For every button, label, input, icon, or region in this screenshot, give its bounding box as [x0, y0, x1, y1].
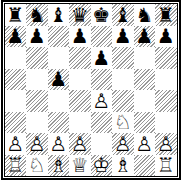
- square-c8[interactable]: ♝♝: [48, 4, 70, 26]
- piece-white-rook: ♜♖: [155, 155, 177, 177]
- square-g8[interactable]: ♞♞: [134, 4, 156, 26]
- piece-glyph: ♙: [26, 133, 48, 155]
- piece-black-queen: ♛♛: [69, 4, 91, 26]
- square-c5[interactable]: ♟♟: [48, 69, 70, 91]
- square-e2[interactable]: [91, 133, 113, 155]
- board-inner-border: ♜♜♞♞♝♝♛♛♚♚♝♝♞♞♜♜♟♟♟♟♟♟♟♟♟♟♟♟♟♟♟♟♟♙♞♘♟♙♟♙…: [4, 3, 178, 177]
- square-a8[interactable]: ♜♜: [5, 4, 27, 26]
- piece-glyph: ♜: [155, 4, 177, 26]
- piece-black-bishop: ♝♝: [112, 4, 134, 26]
- piece-white-pawn: ♟♙: [26, 133, 48, 155]
- square-e7[interactable]: [91, 26, 113, 48]
- square-b1[interactable]: ♞♘: [26, 155, 48, 177]
- square-g7[interactable]: ♟♟: [134, 26, 156, 48]
- square-c2[interactable]: ♟♙: [48, 133, 70, 155]
- piece-white-bishop: ♝♗: [112, 155, 134, 177]
- square-g6[interactable]: [134, 47, 156, 69]
- piece-black-pawn: ♟♟: [26, 26, 48, 48]
- square-a2[interactable]: ♟♙: [5, 133, 27, 155]
- square-c4[interactable]: [48, 90, 70, 112]
- piece-black-pawn: ♟♟: [5, 26, 27, 48]
- board-stage: ♜♜♞♞♝♝♛♛♚♚♝♝♞♞♜♜♟♟♟♟♟♟♟♟♟♟♟♟♟♟♟♟♟♙♞♘♟♙♟♙…: [0, 0, 181, 180]
- square-h8[interactable]: ♜♜: [155, 4, 177, 26]
- piece-black-knight: ♞♞: [134, 4, 156, 26]
- square-f7[interactable]: ♟♟: [112, 26, 134, 48]
- piece-white-pawn: ♟♙: [5, 133, 27, 155]
- piece-glyph: ♙: [134, 133, 156, 155]
- piece-white-pawn: ♟♙: [69, 133, 91, 155]
- piece-white-rook: ♜♖: [5, 155, 27, 177]
- square-f1[interactable]: ♝♗: [112, 155, 134, 177]
- piece-glyph: ♞: [134, 4, 156, 26]
- square-f5[interactable]: [112, 69, 134, 91]
- square-c3[interactable]: [48, 112, 70, 134]
- square-a7[interactable]: ♟♟: [5, 26, 27, 48]
- square-d7[interactable]: ♟♟: [69, 26, 91, 48]
- square-a6[interactable]: [5, 47, 27, 69]
- piece-glyph: ♞: [26, 4, 48, 26]
- piece-black-rook: ♜♜: [5, 4, 27, 26]
- chess-board: ♜♜♞♞♝♝♛♛♚♚♝♝♞♞♜♜♟♟♟♟♟♟♟♟♟♟♟♟♟♟♟♟♟♙♞♘♟♙♟♙…: [5, 4, 177, 176]
- square-a3[interactable]: [5, 112, 27, 134]
- piece-glyph: ♙: [48, 133, 70, 155]
- square-b7[interactable]: ♟♟: [26, 26, 48, 48]
- board-frame: ♜♜♞♞♝♝♛♛♚♚♝♝♞♞♜♜♟♟♟♟♟♟♟♟♟♟♟♟♟♟♟♟♟♙♞♘♟♙♟♙…: [1, 0, 181, 180]
- square-e1[interactable]: ♚♔: [91, 155, 113, 177]
- piece-glyph: ♟: [48, 69, 70, 91]
- piece-white-pawn: ♟♙: [112, 133, 134, 155]
- square-e6[interactable]: ♟♟: [91, 47, 113, 69]
- piece-glyph: ♚: [91, 4, 113, 26]
- piece-white-knight: ♞♘: [112, 112, 134, 134]
- piece-glyph: ♗: [48, 155, 70, 177]
- square-c1[interactable]: ♝♗: [48, 155, 70, 177]
- piece-glyph: ♔: [91, 155, 113, 177]
- piece-glyph: ♙: [91, 90, 113, 112]
- piece-black-pawn: ♟♟: [134, 26, 156, 48]
- square-f6[interactable]: [112, 47, 134, 69]
- square-h6[interactable]: [155, 47, 177, 69]
- piece-glyph: ♙: [5, 133, 27, 155]
- piece-glyph: ♘: [26, 155, 48, 177]
- piece-glyph: ♝: [112, 4, 134, 26]
- square-d1[interactable]: ♛♕: [69, 155, 91, 177]
- square-f4[interactable]: [112, 90, 134, 112]
- piece-glyph: ♙: [112, 133, 134, 155]
- square-d4[interactable]: [69, 90, 91, 112]
- square-h3[interactable]: [155, 112, 177, 134]
- piece-glyph: ♟: [69, 26, 91, 48]
- square-c6[interactable]: [48, 47, 70, 69]
- piece-glyph: ♟: [5, 26, 27, 48]
- piece-glyph: ♙: [155, 133, 177, 155]
- piece-white-king: ♚♔: [91, 155, 113, 177]
- square-b8[interactable]: ♞♞: [26, 4, 48, 26]
- piece-black-pawn: ♟♟: [48, 69, 70, 91]
- piece-black-king: ♚♚: [91, 4, 113, 26]
- piece-glyph: ♟: [155, 26, 177, 48]
- piece-black-knight: ♞♞: [26, 4, 48, 26]
- square-f3[interactable]: ♞♘: [112, 112, 134, 134]
- square-e4[interactable]: ♟♙: [91, 90, 113, 112]
- square-h1[interactable]: ♜♖: [155, 155, 177, 177]
- square-d3[interactable]: [69, 112, 91, 134]
- piece-white-pawn: ♟♙: [155, 133, 177, 155]
- square-d8[interactable]: ♛♛: [69, 4, 91, 26]
- square-e5[interactable]: [91, 69, 113, 91]
- piece-glyph: ♘: [112, 112, 134, 134]
- square-h7[interactable]: ♟♟: [155, 26, 177, 48]
- piece-glyph: ♟: [112, 26, 134, 48]
- square-g4[interactable]: [134, 90, 156, 112]
- piece-glyph: ♝: [48, 4, 70, 26]
- square-e3[interactable]: [91, 112, 113, 134]
- square-h2[interactable]: ♟♙: [155, 133, 177, 155]
- square-b5[interactable]: [26, 69, 48, 91]
- square-b2[interactable]: ♟♙: [26, 133, 48, 155]
- square-d2[interactable]: ♟♙: [69, 133, 91, 155]
- piece-glyph: ♟: [134, 26, 156, 48]
- square-e8[interactable]: ♚♚: [91, 4, 113, 26]
- piece-white-pawn: ♟♙: [134, 133, 156, 155]
- piece-black-rook: ♜♜: [155, 4, 177, 26]
- piece-glyph: ♛: [69, 4, 91, 26]
- square-g2[interactable]: ♟♙: [134, 133, 156, 155]
- square-f8[interactable]: ♝♝: [112, 4, 134, 26]
- square-b4[interactable]: [26, 90, 48, 112]
- piece-black-pawn: ♟♟: [91, 47, 113, 69]
- piece-glyph: ♖: [5, 155, 27, 177]
- square-g3[interactable]: [134, 112, 156, 134]
- square-b6[interactable]: [26, 47, 48, 69]
- square-c7[interactable]: [48, 26, 70, 48]
- piece-glyph: ♕: [69, 155, 91, 177]
- square-d6[interactable]: [69, 47, 91, 69]
- square-g1[interactable]: [134, 155, 156, 177]
- piece-glyph: ♙: [69, 133, 91, 155]
- square-d5[interactable]: [69, 69, 91, 91]
- square-f2[interactable]: ♟♙: [112, 133, 134, 155]
- piece-glyph: ♟: [26, 26, 48, 48]
- piece-white-bishop: ♝♗: [48, 155, 70, 177]
- piece-black-pawn: ♟♟: [69, 26, 91, 48]
- square-b3[interactable]: [26, 112, 48, 134]
- square-h5[interactable]: [155, 69, 177, 91]
- square-a4[interactable]: [5, 90, 27, 112]
- square-h4[interactable]: [155, 90, 177, 112]
- square-g5[interactable]: [134, 69, 156, 91]
- piece-white-pawn: ♟♙: [91, 90, 113, 112]
- piece-white-pawn: ♟♙: [48, 133, 70, 155]
- piece-glyph: ♟: [91, 47, 113, 69]
- piece-white-queen: ♛♕: [69, 155, 91, 177]
- piece-glyph: ♗: [112, 155, 134, 177]
- square-a1[interactable]: ♜♖: [5, 155, 27, 177]
- piece-black-bishop: ♝♝: [48, 4, 70, 26]
- piece-black-pawn: ♟♟: [112, 26, 134, 48]
- square-a5[interactable]: [5, 69, 27, 91]
- piece-glyph: ♖: [155, 155, 177, 177]
- piece-black-pawn: ♟♟: [155, 26, 177, 48]
- piece-glyph: ♜: [5, 4, 27, 26]
- piece-white-knight: ♞♘: [26, 155, 48, 177]
